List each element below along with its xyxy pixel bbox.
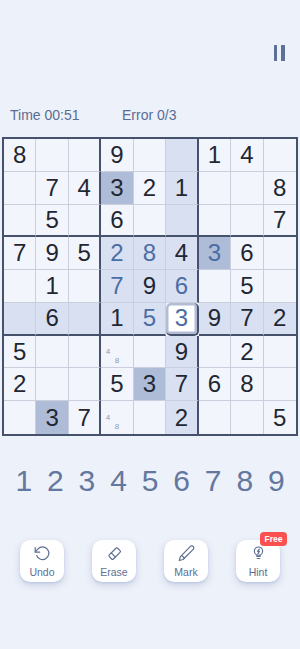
cell-r2c8[interactable] <box>231 172 263 205</box>
cell-value: 9 <box>45 241 58 265</box>
pause-button[interactable] <box>268 45 290 65</box>
cell-r9c3[interactable]: 7 <box>69 401 101 434</box>
cell-r2c7[interactable] <box>199 172 231 205</box>
pause-icon <box>281 45 285 61</box>
cell-r4c1[interactable]: 7 <box>4 237 36 270</box>
cell-r9c1[interactable] <box>4 401 36 434</box>
cell-value: 9 <box>110 143 123 167</box>
status-bar: Time 00:51 Error 0/3 <box>0 107 300 125</box>
cell-r8c4[interactable]: 5 <box>101 368 133 401</box>
cell-value: 3 <box>45 406 58 430</box>
cell-r8c6[interactable]: 7 <box>166 368 198 401</box>
cell-r8c2[interactable] <box>36 368 68 401</box>
cell-r7c4[interactable]: 48 <box>101 336 133 369</box>
cell-r5c2[interactable]: 1 <box>36 270 68 303</box>
time-label: Time 00:51 <box>10 107 80 123</box>
cell-value: 4 <box>175 241 188 265</box>
cell-r6c6[interactable]: 3 <box>166 303 198 336</box>
cell-r4c7[interactable]: 3 <box>199 237 231 270</box>
cell-value: 2 <box>175 406 188 430</box>
cell-r7c8[interactable]: 2 <box>231 336 263 369</box>
cell-r8c9[interactable] <box>264 368 296 401</box>
cell-r5c7[interactable] <box>199 270 231 303</box>
cell-r7c9[interactable] <box>264 336 296 369</box>
cell-value: 8 <box>143 241 156 265</box>
cell-r7c3[interactable] <box>69 336 101 369</box>
numpad-9[interactable]: 9 <box>261 462 293 500</box>
cell-value: 3 <box>175 306 188 330</box>
note-5 <box>112 413 121 423</box>
pencil-icon <box>177 544 196 566</box>
cell-r1c1[interactable]: 8 <box>4 139 36 172</box>
cell-r2c2[interactable]: 7 <box>36 172 68 205</box>
note-9 <box>122 422 131 432</box>
note-6 <box>122 347 131 356</box>
cell-r4c5[interactable]: 8 <box>134 237 166 270</box>
cell-r8c5[interactable]: 3 <box>134 368 166 401</box>
undo-icon <box>33 544 52 566</box>
cell-r3c8[interactable] <box>231 205 263 238</box>
cell-value: 4 <box>77 176 90 200</box>
cell-r1c7[interactable]: 1 <box>199 139 231 172</box>
cell-r6c1[interactable] <box>4 303 36 336</box>
action-label: Undo <box>29 567 54 578</box>
cell-r8c7[interactable]: 6 <box>199 368 231 401</box>
hint-button[interactable]: HintFree <box>236 540 280 582</box>
cell-r3c3[interactable] <box>69 205 101 238</box>
cell-value: 2 <box>240 340 253 364</box>
cell-r1c3[interactable] <box>69 139 101 172</box>
cell-value: 7 <box>45 176 58 200</box>
cell-value: 6 <box>240 241 253 265</box>
cell-r5c9[interactable] <box>264 270 296 303</box>
cell-value: 5 <box>77 241 90 265</box>
cell-r5c5[interactable]: 9 <box>134 270 166 303</box>
cell-r5c3[interactable] <box>69 270 101 303</box>
note-7 <box>103 356 112 365</box>
cell-r6c8[interactable]: 7 <box>231 303 263 336</box>
cell-value: 1 <box>175 176 188 200</box>
cell-value: 9 <box>175 340 188 364</box>
cell-value: 8 <box>240 372 253 396</box>
action-label: Mark <box>174 567 197 578</box>
note-8: 8 <box>112 422 121 432</box>
note-8: 8 <box>112 356 121 365</box>
cell-r5c1[interactable] <box>4 270 36 303</box>
cell-r5c8[interactable]: 5 <box>231 270 263 303</box>
cell-r4c9[interactable] <box>264 237 296 270</box>
cell-value: 9 <box>143 274 156 298</box>
cell-r6c9[interactable]: 2 <box>264 303 296 336</box>
cell-r9c4[interactable]: 48 <box>101 401 133 434</box>
note-9 <box>122 356 131 365</box>
cell-r1c5[interactable] <box>134 139 166 172</box>
note-2 <box>112 338 121 347</box>
erase-button[interactable]: Erase <box>92 540 136 582</box>
note-6 <box>122 413 131 423</box>
undo-button[interactable]: Undo <box>20 540 64 582</box>
cell-value: 1 <box>208 143 221 167</box>
cell-r3c6[interactable] <box>166 205 198 238</box>
cell-r3c1[interactable] <box>4 205 36 238</box>
cell-r2c5[interactable]: 2 <box>134 172 166 205</box>
cell-r4c4[interactable]: 2 <box>101 237 133 270</box>
numpad-7[interactable]: 7 <box>197 462 229 500</box>
mark-button[interactable]: Mark <box>164 540 208 582</box>
numpad-8[interactable]: 8 <box>229 462 261 500</box>
cell-value: 3 <box>208 241 221 265</box>
cell-r1c2[interactable] <box>36 139 68 172</box>
cell-value: 7 <box>175 372 188 396</box>
cell-r9c8[interactable] <box>231 401 263 434</box>
cell-r7c7[interactable] <box>199 336 231 369</box>
cell-value: 2 <box>13 372 26 396</box>
cell-value: 2 <box>273 306 286 330</box>
cell-r2c4[interactable]: 3 <box>101 172 133 205</box>
eraser-icon <box>105 544 124 566</box>
cell-value: 6 <box>208 372 221 396</box>
note-4: 4 <box>103 413 112 423</box>
pause-icon <box>274 45 278 61</box>
cell-value: 7 <box>110 274 123 298</box>
cell-r9c2[interactable]: 3 <box>36 401 68 434</box>
action-label: Hint <box>249 567 268 578</box>
cell-value: 5 <box>110 372 123 396</box>
cell-value: 1 <box>110 306 123 330</box>
numpad-1[interactable]: 1 <box>8 462 40 500</box>
cell-r1c6[interactable] <box>166 139 198 172</box>
sudoku-app: Time 00:51 Error 0/3 8914743218567795284… <box>0 0 300 649</box>
cell-value: 6 <box>175 274 188 298</box>
lightbulb-icon <box>249 544 268 566</box>
cell-value: 5 <box>240 274 253 298</box>
cell-r8c1[interactable]: 2 <box>4 368 36 401</box>
cell-r7c2[interactable] <box>36 336 68 369</box>
cell-value: 9 <box>208 306 221 330</box>
cell-r5c4[interactable]: 7 <box>101 270 133 303</box>
free-badge: Free <box>260 532 287 546</box>
note-4: 4 <box>103 347 112 356</box>
note-5 <box>112 347 121 356</box>
cell-value: 8 <box>273 176 286 200</box>
cell-r3c2[interactable]: 5 <box>36 205 68 238</box>
cell-r6c2[interactable]: 6 <box>36 303 68 336</box>
cell-value: 2 <box>143 176 156 200</box>
cell-value: 6 <box>45 306 58 330</box>
cell-r2c1[interactable] <box>4 172 36 205</box>
cell-r6c7[interactable]: 9 <box>199 303 231 336</box>
cell-r1c4[interactable]: 9 <box>101 139 133 172</box>
cell-r3c9[interactable]: 7 <box>264 205 296 238</box>
note-1 <box>103 403 112 413</box>
cell-value: 8 <box>13 143 26 167</box>
numpad-3[interactable]: 3 <box>71 462 103 500</box>
numpad: 123456789 <box>0 462 300 500</box>
cell-r2c6[interactable]: 1 <box>166 172 198 205</box>
numpad-2[interactable]: 2 <box>40 462 72 500</box>
cell-value: 7 <box>13 241 26 265</box>
cell-r1c8[interactable]: 4 <box>231 139 263 172</box>
cell-r3c5[interactable] <box>134 205 166 238</box>
cell-value: 3 <box>110 176 123 200</box>
cell-r2c9[interactable]: 8 <box>264 172 296 205</box>
note-1 <box>103 338 112 347</box>
cell-r2c3[interactable]: 4 <box>69 172 101 205</box>
cell-r8c8[interactable]: 8 <box>231 368 263 401</box>
cell-value: 7 <box>240 306 253 330</box>
cell-value: 3 <box>143 372 156 396</box>
cell-value: 6 <box>110 208 123 232</box>
cell-r9c5[interactable] <box>134 401 166 434</box>
note-7 <box>103 422 112 432</box>
cell-r3c4[interactable]: 6 <box>101 205 133 238</box>
cell-r6c3[interactable] <box>69 303 101 336</box>
cell-r9c6[interactable]: 2 <box>166 401 198 434</box>
cell-value: 5 <box>13 340 26 364</box>
cell-value: 2 <box>110 241 123 265</box>
cell-r7c5[interactable] <box>134 336 166 369</box>
action-label: Erase <box>100 567 127 578</box>
numpad-4[interactable]: 4 <box>103 462 135 500</box>
cell-r7c6[interactable]: 9 <box>166 336 198 369</box>
cell-r4c6[interactable]: 4 <box>166 237 198 270</box>
cell-r1c9[interactable] <box>264 139 296 172</box>
cell-r3c7[interactable] <box>199 205 231 238</box>
cell-r6c5[interactable]: 5 <box>134 303 166 336</box>
cell-r4c3[interactable]: 5 <box>69 237 101 270</box>
cell-r4c8[interactable]: 6 <box>231 237 263 270</box>
cell-r8c3[interactable] <box>69 368 101 401</box>
error-label: Error 0/3 <box>122 107 176 123</box>
numpad-6[interactable]: 6 <box>166 462 198 500</box>
note-3 <box>122 338 131 347</box>
note-3 <box>122 403 131 413</box>
cell-r6c4[interactable]: 1 <box>101 303 133 336</box>
cell-value: 4 <box>240 143 253 167</box>
numpad-5[interactable]: 5 <box>134 462 166 500</box>
pencil-notes: 48 <box>101 401 132 434</box>
cell-value: 5 <box>143 306 156 330</box>
cell-r4c2[interactable]: 9 <box>36 237 68 270</box>
cell-r9c7[interactable] <box>199 401 231 434</box>
cell-r7c1[interactable]: 5 <box>4 336 36 369</box>
sudoku-board: 8914743218567795284361796561539725489225… <box>2 137 298 436</box>
cell-value: 7 <box>77 406 90 430</box>
cell-value: 5 <box>45 208 58 232</box>
pencil-notes: 48 <box>101 336 132 368</box>
note-2 <box>112 403 121 413</box>
cell-r5c6[interactable]: 6 <box>166 270 198 303</box>
action-bar: UndoEraseMarkHintFree <box>0 540 300 582</box>
cell-r9c9[interactable]: 5 <box>264 401 296 434</box>
cell-value: 1 <box>45 274 58 298</box>
cell-value: 5 <box>273 406 286 430</box>
cell-value: 7 <box>273 208 286 232</box>
